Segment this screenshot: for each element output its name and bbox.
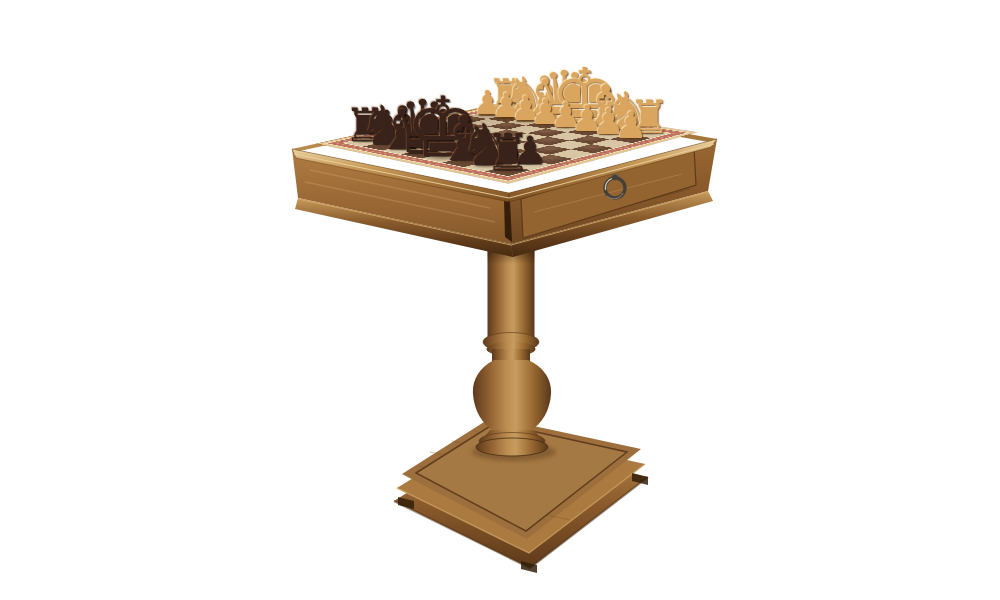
piece-white-pawn[interactable]: ♟ — [614, 106, 647, 143]
piece-black-rook[interactable]: ♜ — [485, 127, 531, 178]
product-photo-scene: Wooden pedestal chess table with storage… — [0, 0, 1000, 600]
